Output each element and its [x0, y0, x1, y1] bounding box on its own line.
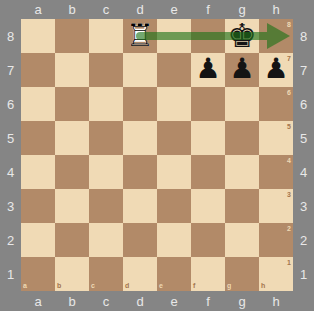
- square-b1[interactable]: b: [55, 257, 89, 291]
- square-d6[interactable]: [123, 87, 157, 121]
- rank-labels-left: 87654321: [0, 19, 21, 291]
- square-g1[interactable]: g: [225, 257, 259, 291]
- square-g5[interactable]: [225, 121, 259, 155]
- coordinate-label: a: [21, 0, 55, 19]
- square-b4[interactable]: [55, 155, 89, 189]
- inner-file-coord: f: [193, 282, 195, 289]
- coordinate-label: 4: [293, 155, 314, 189]
- square-c3[interactable]: [89, 189, 123, 223]
- square-h2[interactable]: 2: [259, 223, 293, 257]
- square-b7[interactable]: [55, 53, 89, 87]
- coordinate-label: 3: [293, 189, 314, 223]
- square-e5[interactable]: [157, 121, 191, 155]
- coordinate-label: h: [259, 291, 293, 311]
- square-f5[interactable]: [191, 121, 225, 155]
- square-e8[interactable]: [157, 19, 191, 53]
- inner-file-coord: d: [125, 282, 129, 289]
- coordinate-label: 8: [293, 19, 314, 53]
- inner-file-coord: c: [91, 282, 95, 289]
- coordinate-label: a: [21, 291, 55, 311]
- chess-diagram: abcdefgh abcdefgh 87654321 87654321 ♜♖♚8…: [0, 0, 314, 311]
- square-e6[interactable]: [157, 87, 191, 121]
- square-e2[interactable]: [157, 223, 191, 257]
- square-a4[interactable]: [21, 155, 55, 189]
- square-g8[interactable]: ♚: [225, 19, 259, 53]
- square-f4[interactable]: [191, 155, 225, 189]
- square-b3[interactable]: [55, 189, 89, 223]
- square-c8[interactable]: [89, 19, 123, 53]
- square-c7[interactable]: [89, 53, 123, 87]
- coordinate-label: b: [55, 0, 89, 19]
- black-pawn[interactable]: ♟: [259, 52, 293, 86]
- coordinate-label: e: [157, 291, 191, 311]
- black-pawn[interactable]: ♟: [225, 52, 259, 86]
- square-a5[interactable]: [21, 121, 55, 155]
- square-h5[interactable]: 5: [259, 121, 293, 155]
- square-b5[interactable]: [55, 121, 89, 155]
- square-a6[interactable]: [21, 87, 55, 121]
- square-h7[interactable]: 7♟: [259, 53, 293, 87]
- square-d5[interactable]: [123, 121, 157, 155]
- inner-rank-coord: 1: [287, 259, 291, 266]
- inner-file-coord: a: [23, 282, 27, 289]
- square-c1[interactable]: c: [89, 257, 123, 291]
- coordinate-label: g: [225, 291, 259, 311]
- coordinate-label: e: [157, 0, 191, 19]
- square-h6[interactable]: 6: [259, 87, 293, 121]
- coordinate-label: c: [89, 0, 123, 19]
- coordinate-label: 6: [293, 87, 314, 121]
- square-f8[interactable]: [191, 19, 225, 53]
- coordinate-label: 7: [0, 53, 21, 87]
- square-c5[interactable]: [89, 121, 123, 155]
- inner-file-coord: g: [227, 282, 231, 289]
- square-a8[interactable]: [21, 19, 55, 53]
- inner-rank-coord: 6: [287, 89, 291, 96]
- coordinate-label: d: [123, 291, 157, 311]
- inner-rank-coord: 4: [287, 157, 291, 164]
- coordinate-label: b: [55, 291, 89, 311]
- file-labels-bottom: abcdefgh: [21, 291, 293, 311]
- coordinate-label: f: [191, 0, 225, 19]
- piece-outline-glyph: ♖: [123, 18, 157, 52]
- square-c2[interactable]: [89, 223, 123, 257]
- square-g4[interactable]: [225, 155, 259, 189]
- coordinate-label: 7: [293, 53, 314, 87]
- square-b6[interactable]: [55, 87, 89, 121]
- coordinate-label: c: [89, 291, 123, 311]
- square-a7[interactable]: [21, 53, 55, 87]
- square-g7[interactable]: ♟: [225, 53, 259, 87]
- coordinate-label: 3: [0, 189, 21, 223]
- coordinate-label: 2: [0, 223, 21, 257]
- square-f6[interactable]: [191, 87, 225, 121]
- square-e3[interactable]: [157, 189, 191, 223]
- coordinate-label: 6: [0, 87, 21, 121]
- square-b8[interactable]: [55, 19, 89, 53]
- square-g3[interactable]: [225, 189, 259, 223]
- square-f2[interactable]: [191, 223, 225, 257]
- rank-labels-right: 87654321: [293, 19, 314, 291]
- square-d1[interactable]: d: [123, 257, 157, 291]
- chess-board: ♜♖♚8♟♟7♟65432abcdefg1h: [21, 19, 293, 291]
- square-f7[interactable]: ♟: [191, 53, 225, 87]
- inner-rank-coord: 2: [287, 225, 291, 232]
- square-e4[interactable]: [157, 155, 191, 189]
- inner-rank-coord: 8: [287, 21, 291, 28]
- square-b2[interactable]: [55, 223, 89, 257]
- square-d7[interactable]: [123, 53, 157, 87]
- square-d2[interactable]: [123, 223, 157, 257]
- coordinate-label: 1: [0, 257, 21, 291]
- inner-rank-coord: 3: [287, 191, 291, 198]
- square-a1[interactable]: a: [21, 257, 55, 291]
- coordinate-label: f: [191, 291, 225, 311]
- square-e1[interactable]: e: [157, 257, 191, 291]
- square-d8[interactable]: ♜♖: [123, 19, 157, 53]
- coordinate-label: 2: [293, 223, 314, 257]
- coordinate-label: 5: [0, 121, 21, 155]
- inner-file-coord: b: [57, 282, 61, 289]
- square-e7[interactable]: [157, 53, 191, 87]
- square-a3[interactable]: [21, 189, 55, 223]
- square-h3[interactable]: 3: [259, 189, 293, 223]
- square-h1[interactable]: 1h: [259, 257, 293, 291]
- black-king[interactable]: ♚: [225, 18, 259, 52]
- square-d3[interactable]: [123, 189, 157, 223]
- coordinate-label: 5: [293, 121, 314, 155]
- white-rook[interactable]: ♜♖: [123, 18, 157, 52]
- square-h4[interactable]: 4: [259, 155, 293, 189]
- square-f1[interactable]: f: [191, 257, 225, 291]
- inner-rank-coord: 5: [287, 123, 291, 130]
- square-c4[interactable]: [89, 155, 123, 189]
- black-pawn[interactable]: ♟: [191, 52, 225, 86]
- coordinate-label: 8: [0, 19, 21, 53]
- coordinate-label: h: [259, 0, 293, 19]
- square-f3[interactable]: [191, 189, 225, 223]
- square-a2[interactable]: [21, 223, 55, 257]
- square-d4[interactable]: [123, 155, 157, 189]
- square-g6[interactable]: [225, 87, 259, 121]
- inner-file-coord: e: [159, 282, 163, 289]
- square-c6[interactable]: [89, 87, 123, 121]
- square-h8[interactable]: 8: [259, 19, 293, 53]
- square-g2[interactable]: [225, 223, 259, 257]
- coordinate-label: 4: [0, 155, 21, 189]
- coordinate-label: 1: [293, 257, 314, 291]
- inner-file-coord: h: [261, 282, 265, 289]
